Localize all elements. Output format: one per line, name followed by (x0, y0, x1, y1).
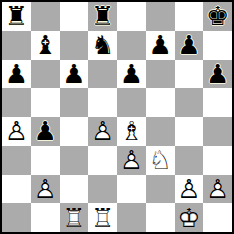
square-d6[interactable] (88, 60, 117, 89)
square-a6[interactable]: ♟ (2, 60, 31, 89)
square-c7[interactable] (60, 31, 89, 60)
black-knight-icon: ♞ (88, 31, 117, 60)
square-g4[interactable] (175, 117, 204, 146)
black-rook-icon: ♜ (2, 2, 31, 31)
square-f4[interactable] (146, 117, 175, 146)
chess-board: ♜♜♚♝♞♟♟♟♟♟♟♟♙♟♟♙♝♗♟♙♞♘♟♙♟♙♟♙♜♖♜♖♚♔ (0, 0, 234, 234)
square-h5[interactable] (203, 88, 232, 117)
square-b1[interactable] (31, 203, 60, 232)
square-g7[interactable]: ♟ (175, 31, 204, 60)
square-g8[interactable] (175, 2, 204, 31)
white-rook-icon: ♖ (88, 203, 117, 232)
white-king-icon: ♔ (175, 203, 204, 232)
white-knight-icon: ♘ (146, 146, 175, 175)
black-king-icon: ♚ (203, 2, 232, 31)
square-c5[interactable] (60, 88, 89, 117)
square-d1[interactable]: ♜♖ (88, 203, 117, 232)
square-f5[interactable] (146, 88, 175, 117)
white-pawn-icon: ♙ (88, 117, 117, 146)
white-pawn-icon: ♙ (175, 175, 204, 204)
white-pawn-fill: ♟ (31, 175, 60, 204)
square-a1[interactable] (2, 203, 31, 232)
black-pawn-icon: ♟ (146, 31, 175, 60)
black-pawn-icon: ♟ (2, 60, 31, 89)
square-e8[interactable] (117, 2, 146, 31)
square-b2[interactable]: ♟♙ (31, 175, 60, 204)
square-e7[interactable] (117, 31, 146, 60)
square-f8[interactable] (146, 2, 175, 31)
square-a2[interactable] (2, 175, 31, 204)
square-e4[interactable]: ♝♗ (117, 117, 146, 146)
white-rook-icon: ♖ (60, 203, 89, 232)
square-e3[interactable]: ♟♙ (117, 146, 146, 175)
square-a7[interactable] (2, 31, 31, 60)
square-d2[interactable] (88, 175, 117, 204)
square-f2[interactable] (146, 175, 175, 204)
square-a8[interactable]: ♜ (2, 2, 31, 31)
square-h6[interactable]: ♟ (203, 60, 232, 89)
white-king-fill: ♚ (175, 203, 204, 232)
white-rook-fill: ♜ (60, 203, 89, 232)
white-rook-fill: ♜ (88, 203, 117, 232)
square-d8[interactable]: ♜ (88, 2, 117, 31)
square-b5[interactable] (31, 88, 60, 117)
square-c8[interactable] (60, 2, 89, 31)
black-pawn-icon: ♟ (60, 60, 89, 89)
black-pawn-icon: ♟ (175, 31, 204, 60)
square-h7[interactable] (203, 31, 232, 60)
square-b6[interactable] (31, 60, 60, 89)
white-pawn-fill: ♟ (2, 117, 31, 146)
square-b8[interactable] (31, 2, 60, 31)
square-g3[interactable] (175, 146, 204, 175)
square-b3[interactable] (31, 146, 60, 175)
square-h1[interactable] (203, 203, 232, 232)
white-bishop-fill: ♝ (117, 117, 146, 146)
square-g1[interactable]: ♚♔ (175, 203, 204, 232)
square-f1[interactable] (146, 203, 175, 232)
square-f3[interactable]: ♞♘ (146, 146, 175, 175)
square-h4[interactable] (203, 117, 232, 146)
white-pawn-icon: ♙ (117, 146, 146, 175)
square-b7[interactable]: ♝ (31, 31, 60, 60)
black-pawn-icon: ♟ (117, 60, 146, 89)
square-a3[interactable] (2, 146, 31, 175)
white-pawn-fill: ♟ (88, 117, 117, 146)
square-a5[interactable] (2, 88, 31, 117)
square-h3[interactable] (203, 146, 232, 175)
square-e6[interactable]: ♟ (117, 60, 146, 89)
square-d3[interactable] (88, 146, 117, 175)
square-e1[interactable] (117, 203, 146, 232)
square-d4[interactable]: ♟♙ (88, 117, 117, 146)
square-g2[interactable]: ♟♙ (175, 175, 204, 204)
square-f7[interactable]: ♟ (146, 31, 175, 60)
black-pawn-icon: ♟ (203, 60, 232, 89)
square-e2[interactable] (117, 175, 146, 204)
white-bishop-icon: ♗ (117, 117, 146, 146)
square-a4[interactable]: ♟♙ (2, 117, 31, 146)
square-f6[interactable] (146, 60, 175, 89)
square-h2[interactable]: ♟♙ (203, 175, 232, 204)
square-g5[interactable] (175, 88, 204, 117)
square-c3[interactable] (60, 146, 89, 175)
square-c4[interactable] (60, 117, 89, 146)
white-pawn-fill: ♟ (117, 146, 146, 175)
white-pawn-icon: ♙ (2, 117, 31, 146)
square-c2[interactable] (60, 175, 89, 204)
square-d5[interactable] (88, 88, 117, 117)
black-pawn-icon: ♟ (31, 117, 60, 146)
black-rook-icon: ♜ (88, 2, 117, 31)
white-pawn-icon: ♙ (31, 175, 60, 204)
square-c6[interactable]: ♟ (60, 60, 89, 89)
square-c1[interactable]: ♜♖ (60, 203, 89, 232)
square-g6[interactable] (175, 60, 204, 89)
white-knight-fill: ♞ (146, 146, 175, 175)
square-e5[interactable] (117, 88, 146, 117)
white-pawn-icon: ♙ (203, 175, 232, 204)
square-h8[interactable]: ♚ (203, 2, 232, 31)
black-bishop-icon: ♝ (31, 31, 60, 60)
square-d7[interactable]: ♞ (88, 31, 117, 60)
square-b4[interactable]: ♟ (31, 117, 60, 146)
white-pawn-fill: ♟ (175, 175, 204, 204)
white-pawn-fill: ♟ (203, 175, 232, 204)
